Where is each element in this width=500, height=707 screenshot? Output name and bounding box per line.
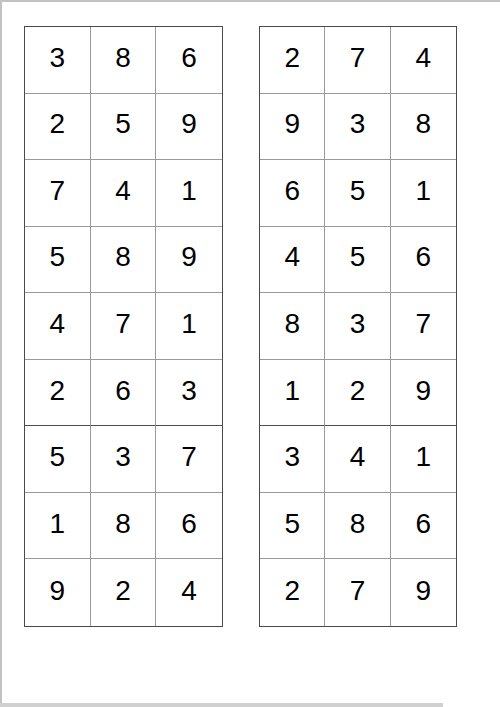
grid-cell: 2 <box>25 94 91 161</box>
page-bottom-edge-line <box>0 703 443 707</box>
grid-cell: 7 <box>325 27 390 94</box>
grid-cell: 5 <box>325 227 390 294</box>
grid-cell: 6 <box>156 27 222 94</box>
grid-cell: 4 <box>325 426 390 493</box>
left-number-grid: 386259741589471263537186924 <box>24 26 223 627</box>
grid-cell: 8 <box>325 493 390 560</box>
grid-cell: 2 <box>260 27 325 94</box>
worksheet-page: { "game": "number-grid-worksheet", "posi… <box>0 0 500 707</box>
grid-cell: 7 <box>391 293 456 360</box>
grid-cell: 7 <box>25 160 91 227</box>
grid-cell: 7 <box>156 426 222 493</box>
grid-cell: 2 <box>260 559 325 626</box>
grid-cell: 4 <box>391 27 456 94</box>
grid-cell: 9 <box>156 94 222 161</box>
grid-cell: 8 <box>91 27 157 94</box>
grid-cell: 8 <box>260 293 325 360</box>
grid-cell: 6 <box>156 493 222 560</box>
grid-cell: 8 <box>391 94 456 161</box>
grid-cell: 2 <box>25 360 91 427</box>
grid-cell: 2 <box>91 559 157 626</box>
grid-cell: 2 <box>325 360 390 427</box>
grid-cell: 3 <box>325 94 390 161</box>
right-number-grid: 274938651456837129341586279 <box>259 26 457 627</box>
grid-cell: 8 <box>91 227 157 294</box>
grid-cell: 1 <box>156 160 222 227</box>
grid-cell: 3 <box>91 426 157 493</box>
grid-cell: 7 <box>325 559 390 626</box>
page-top-edge-line <box>0 0 500 2</box>
grid-cell: 9 <box>156 227 222 294</box>
grid-cell: 3 <box>260 426 325 493</box>
grid-cell: 6 <box>260 160 325 227</box>
grid-cell: 1 <box>391 426 456 493</box>
grid-cell: 5 <box>25 426 91 493</box>
grid-cell: 1 <box>260 360 325 427</box>
grid-cell: 5 <box>25 227 91 294</box>
grid-cell: 4 <box>260 227 325 294</box>
grid-cell: 5 <box>325 160 390 227</box>
grid-cell: 3 <box>325 293 390 360</box>
grid-cell: 3 <box>25 27 91 94</box>
grid-cell: 4 <box>156 559 222 626</box>
grid-cell: 9 <box>391 360 456 427</box>
grid-cell: 5 <box>91 94 157 161</box>
page-left-edge-line <box>0 0 2 707</box>
grid-cell: 3 <box>156 360 222 427</box>
grid-cell: 1 <box>391 160 456 227</box>
grid-cell: 4 <box>25 293 91 360</box>
grid-cell: 6 <box>391 227 456 294</box>
grid-cell: 6 <box>391 493 456 560</box>
grid-cell: 9 <box>25 559 91 626</box>
grid-cell: 1 <box>25 493 91 560</box>
grid-cell: 9 <box>260 94 325 161</box>
grid-cell: 7 <box>91 293 157 360</box>
grid-cell: 6 <box>91 360 157 427</box>
grid-cell: 5 <box>260 493 325 560</box>
grid-cell: 9 <box>391 559 456 626</box>
grid-cell: 1 <box>156 293 222 360</box>
grid-cell: 8 <box>91 493 157 560</box>
grid-cell: 4 <box>91 160 157 227</box>
